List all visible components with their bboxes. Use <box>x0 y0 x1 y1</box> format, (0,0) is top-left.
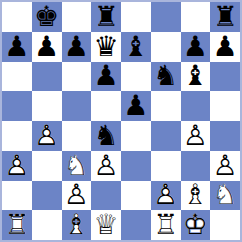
square-e2[interactable] <box>121 181 151 211</box>
square-a5[interactable] <box>2 91 32 121</box>
square-g1[interactable]: ♚♔ <box>181 210 211 240</box>
square-c2[interactable]: ♟♙ <box>62 181 92 211</box>
square-f6[interactable]: ♞ <box>151 62 181 92</box>
white-pawn-piece[interactable]: ♙ <box>2 151 32 181</box>
white-queen-piece[interactable]: ♕ <box>91 210 121 240</box>
square-a4[interactable] <box>2 121 32 151</box>
white-pawn-piece[interactable]: ♙ <box>91 151 121 181</box>
square-b4[interactable]: ♟♙ <box>32 121 62 151</box>
square-a2[interactable] <box>2 181 32 211</box>
black-pawn-piece[interactable]: ♟ <box>181 32 211 62</box>
white-knight-piece-fill: ♞ <box>62 151 92 181</box>
black-pawn-piece[interactable]: ♟ <box>62 32 92 62</box>
square-c5[interactable] <box>62 91 92 121</box>
square-f7[interactable] <box>151 32 181 62</box>
square-c4[interactable] <box>62 121 92 151</box>
black-knight-piece[interactable]: ♞ <box>91 121 121 151</box>
square-b5[interactable] <box>32 91 62 121</box>
white-pawn-piece-fill: ♟ <box>32 121 62 151</box>
white-pawn-piece-fill: ♟ <box>2 151 32 181</box>
white-rook-piece-fill: ♜ <box>2 210 32 240</box>
square-h7[interactable]: ♟ <box>210 32 240 62</box>
square-g7[interactable]: ♟ <box>181 32 211 62</box>
square-e7[interactable]: ♝ <box>121 32 151 62</box>
white-bishop-piece-fill: ♝ <box>62 210 92 240</box>
white-pawn-piece[interactable]: ♙ <box>32 121 62 151</box>
white-pawn-piece[interactable]: ♙ <box>62 181 92 211</box>
square-e5[interactable]: ♟ <box>121 91 151 121</box>
square-h1[interactable] <box>210 210 240 240</box>
square-a7[interactable]: ♟ <box>2 32 32 62</box>
square-e3[interactable] <box>121 151 151 181</box>
white-pawn-piece-fill: ♟ <box>151 181 181 211</box>
square-d7[interactable]: ♛ <box>91 32 121 62</box>
white-rook-piece-fill: ♜ <box>151 210 181 240</box>
square-g2[interactable]: ♝♗ <box>181 181 211 211</box>
square-g4[interactable]: ♟♙ <box>181 121 211 151</box>
white-knight-piece-fill: ♞ <box>210 181 240 211</box>
square-d8[interactable]: ♜ <box>91 2 121 32</box>
square-d2[interactable] <box>91 181 121 211</box>
black-pawn-piece[interactable]: ♟ <box>2 32 32 62</box>
square-d4[interactable]: ♞ <box>91 121 121 151</box>
square-e1[interactable] <box>121 210 151 240</box>
square-a8[interactable] <box>2 2 32 32</box>
white-king-piece-fill: ♚ <box>181 210 211 240</box>
white-rook-piece[interactable]: ♖ <box>151 210 181 240</box>
square-h8[interactable]: ♜ <box>210 2 240 32</box>
white-rook-piece[interactable]: ♖ <box>2 210 32 240</box>
white-bishop-piece[interactable]: ♗ <box>62 210 92 240</box>
square-b7[interactable]: ♟ <box>32 32 62 62</box>
square-f4[interactable] <box>151 121 181 151</box>
white-knight-piece[interactable]: ♘ <box>210 181 240 211</box>
square-f3[interactable] <box>151 151 181 181</box>
square-a6[interactable] <box>2 62 32 92</box>
black-rook-piece[interactable]: ♜ <box>210 2 240 32</box>
square-h3[interactable]: ♟♙ <box>210 151 240 181</box>
square-a3[interactable]: ♟♙ <box>2 151 32 181</box>
black-queen-piece[interactable]: ♛ <box>91 32 121 62</box>
square-e8[interactable] <box>121 2 151 32</box>
square-d3[interactable]: ♟♙ <box>91 151 121 181</box>
square-g3[interactable] <box>181 151 211 181</box>
black-bishop-piece[interactable]: ♝ <box>121 32 151 62</box>
square-h6[interactable] <box>210 62 240 92</box>
square-c1[interactable]: ♝♗ <box>62 210 92 240</box>
chess-board: ♚♜♜♟♟♟♛♝♟♟♟♞♝♟♟♙♞♟♙♟♙♞♘♟♙♟♙♟♙♟♙♝♗♞♘♜♖♝♗♛… <box>0 0 242 242</box>
square-a1[interactable]: ♜♖ <box>2 210 32 240</box>
square-c7[interactable]: ♟ <box>62 32 92 62</box>
white-pawn-piece[interactable]: ♙ <box>181 121 211 151</box>
white-knight-piece[interactable]: ♘ <box>62 151 92 181</box>
square-c3[interactable]: ♞♘ <box>62 151 92 181</box>
square-d5[interactable] <box>91 91 121 121</box>
black-pawn-piece[interactable]: ♟ <box>210 32 240 62</box>
white-pawn-piece-fill: ♟ <box>181 121 211 151</box>
square-e4[interactable] <box>121 121 151 151</box>
square-b3[interactable] <box>32 151 62 181</box>
square-h5[interactable] <box>210 91 240 121</box>
black-rook-piece[interactable]: ♜ <box>91 2 121 32</box>
square-h4[interactable] <box>210 121 240 151</box>
white-bishop-piece[interactable]: ♗ <box>181 181 211 211</box>
square-d6[interactable]: ♟ <box>91 62 121 92</box>
square-g6[interactable]: ♝ <box>181 62 211 92</box>
white-bishop-piece-fill: ♝ <box>181 181 211 211</box>
white-queen-piece-fill: ♛ <box>91 210 121 240</box>
white-pawn-piece-fill: ♟ <box>62 181 92 211</box>
black-king-piece[interactable]: ♚ <box>32 2 62 32</box>
square-f2[interactable]: ♟♙ <box>151 181 181 211</box>
black-pawn-piece[interactable]: ♟ <box>91 62 121 92</box>
square-e6[interactable] <box>121 62 151 92</box>
square-d1[interactable]: ♛♕ <box>91 210 121 240</box>
square-b1[interactable] <box>32 210 62 240</box>
square-f8[interactable] <box>151 2 181 32</box>
square-h2[interactable]: ♞♘ <box>210 181 240 211</box>
white-king-piece[interactable]: ♔ <box>181 210 211 240</box>
white-pawn-piece[interactable]: ♙ <box>151 181 181 211</box>
square-b6[interactable] <box>32 62 62 92</box>
black-bishop-piece[interactable]: ♝ <box>181 62 211 92</box>
square-c6[interactable] <box>62 62 92 92</box>
white-pawn-piece-fill: ♟ <box>210 151 240 181</box>
white-pawn-piece-fill: ♟ <box>91 151 121 181</box>
square-g8[interactable] <box>181 2 211 32</box>
square-b2[interactable] <box>32 181 62 211</box>
square-f1[interactable]: ♜♖ <box>151 210 181 240</box>
white-pawn-piece[interactable]: ♙ <box>210 151 240 181</box>
black-knight-piece[interactable]: ♞ <box>151 62 181 92</box>
black-pawn-piece[interactable]: ♟ <box>121 91 151 121</box>
square-f5[interactable] <box>151 91 181 121</box>
square-b8[interactable]: ♚ <box>32 2 62 32</box>
black-pawn-piece[interactable]: ♟ <box>32 32 62 62</box>
square-g5[interactable] <box>181 91 211 121</box>
square-c8[interactable] <box>62 2 92 32</box>
